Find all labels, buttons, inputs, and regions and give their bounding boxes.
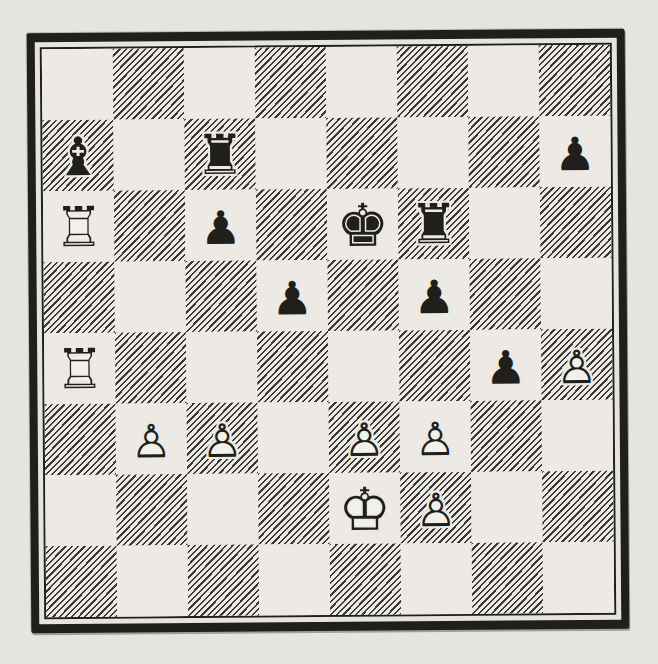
square-a8[interactable] bbox=[42, 49, 114, 121]
square-g3[interactable] bbox=[471, 400, 543, 472]
square-e8[interactable] bbox=[326, 46, 398, 118]
piece-fill-glyph: ♜ bbox=[398, 188, 470, 260]
square-a5[interactable] bbox=[43, 262, 115, 334]
white-rook: ♜♖ bbox=[43, 191, 115, 263]
square-e3[interactable]: ♟♙ bbox=[329, 401, 401, 473]
piece-outline-glyph: ♙ bbox=[329, 401, 401, 473]
square-d2[interactable] bbox=[258, 473, 330, 545]
square-g6[interactable] bbox=[469, 187, 541, 259]
square-h7[interactable]: ♟ bbox=[539, 116, 611, 188]
square-b5[interactable] bbox=[114, 261, 186, 333]
square-d7[interactable] bbox=[255, 118, 327, 190]
square-g4[interactable]: ♟ bbox=[470, 329, 542, 401]
square-d4[interactable] bbox=[257, 331, 329, 403]
piece-fill-glyph: ♟ bbox=[185, 190, 257, 262]
square-e1[interactable] bbox=[330, 543, 402, 615]
square-h8[interactable] bbox=[539, 45, 611, 117]
square-c3[interactable]: ♟♙ bbox=[187, 403, 259, 475]
square-e4[interactable] bbox=[328, 330, 400, 402]
white-pawn: ♟♙ bbox=[116, 403, 188, 475]
square-h4[interactable]: ♟♙ bbox=[541, 329, 613, 401]
square-g1[interactable] bbox=[472, 542, 544, 614]
square-h2[interactable] bbox=[542, 471, 614, 543]
square-b1[interactable] bbox=[117, 545, 189, 617]
square-e6[interactable]: ♚ bbox=[327, 188, 399, 260]
square-b6[interactable] bbox=[114, 190, 186, 262]
square-b2[interactable] bbox=[116, 474, 188, 546]
white-pawn: ♟♙ bbox=[187, 403, 259, 475]
square-d5[interactable]: ♟ bbox=[256, 260, 328, 332]
piece-fill-glyph: ♝ bbox=[42, 120, 114, 192]
square-b7[interactable] bbox=[113, 119, 185, 191]
piece-outline-glyph: ♙ bbox=[541, 329, 613, 401]
square-f1[interactable] bbox=[401, 543, 473, 615]
piece-outline-glyph: ♙ bbox=[400, 401, 472, 473]
square-g8[interactable] bbox=[468, 45, 540, 117]
square-f3[interactable]: ♟♙ bbox=[400, 401, 472, 473]
piece-outline-glyph: ♙ bbox=[187, 403, 259, 475]
square-g7[interactable] bbox=[468, 116, 540, 188]
square-d3[interactable] bbox=[258, 402, 330, 474]
square-c8[interactable] bbox=[184, 48, 256, 120]
square-f8[interactable] bbox=[397, 46, 469, 118]
square-e2[interactable]: ♚♔ bbox=[329, 472, 401, 544]
piece-fill-glyph: ♟ bbox=[470, 329, 542, 401]
square-a1[interactable] bbox=[46, 546, 118, 618]
square-c7[interactable]: ♜ bbox=[184, 119, 256, 191]
square-f5[interactable]: ♟ bbox=[398, 259, 470, 331]
square-a3[interactable] bbox=[45, 404, 117, 476]
piece-outline-glyph: ♖ bbox=[43, 191, 115, 263]
square-e5[interactable] bbox=[327, 259, 399, 331]
square-a6[interactable]: ♜♖ bbox=[43, 191, 115, 263]
white-pawn: ♟♙ bbox=[400, 401, 472, 473]
chess-board-inner-frame: ♝♜♟♜♖♟♚♜♟♟♜♖♟♟♙♟♙♟♙♟♙♟♙♚♔♟♙ bbox=[40, 43, 616, 619]
square-c1[interactable] bbox=[188, 545, 260, 617]
square-g5[interactable] bbox=[469, 258, 541, 330]
black-pawn: ♟ bbox=[539, 116, 611, 188]
square-b8[interactable] bbox=[113, 48, 185, 120]
square-c4[interactable] bbox=[186, 332, 258, 404]
square-d8[interactable] bbox=[255, 47, 327, 119]
chess-board: ♝♜♟♜♖♟♚♜♟♟♜♖♟♟♙♟♙♟♙♟♙♟♙♚♔♟♙ bbox=[42, 45, 614, 617]
black-king: ♚ bbox=[327, 188, 399, 260]
chess-board-outer-frame: ♝♜♟♜♖♟♚♜♟♟♜♖♟♟♙♟♙♟♙♟♙♟♙♚♔♟♙ bbox=[27, 29, 630, 634]
black-rook: ♜ bbox=[398, 188, 470, 260]
black-pawn: ♟ bbox=[256, 260, 328, 332]
square-b3[interactable]: ♟♙ bbox=[116, 403, 188, 475]
square-d6[interactable] bbox=[256, 189, 328, 261]
square-a7[interactable]: ♝ bbox=[42, 120, 114, 192]
piece-fill-glyph: ♚ bbox=[327, 188, 399, 260]
square-c2[interactable] bbox=[187, 474, 259, 546]
square-d1[interactable] bbox=[259, 544, 331, 616]
white-pawn: ♟♙ bbox=[400, 472, 472, 544]
piece-fill-glyph: ♜ bbox=[184, 119, 256, 191]
white-pawn: ♟♙ bbox=[541, 329, 613, 401]
piece-fill-glyph: ♟ bbox=[398, 259, 470, 331]
square-f4[interactable] bbox=[399, 330, 471, 402]
white-rook: ♜♖ bbox=[44, 333, 116, 405]
piece-outline-glyph: ♙ bbox=[116, 403, 188, 475]
square-c5[interactable] bbox=[185, 261, 257, 333]
square-h5[interactable] bbox=[540, 258, 612, 330]
square-h1[interactable] bbox=[543, 542, 615, 614]
white-king: ♚♔ bbox=[329, 472, 401, 544]
square-f6[interactable]: ♜ bbox=[398, 188, 470, 260]
black-rook: ♜ bbox=[184, 119, 256, 191]
square-e7[interactable] bbox=[326, 117, 398, 189]
square-a4[interactable]: ♜♖ bbox=[44, 333, 116, 405]
white-pawn: ♟♙ bbox=[329, 401, 401, 473]
square-a2[interactable] bbox=[45, 475, 117, 547]
piece-fill-glyph: ♟ bbox=[256, 260, 328, 332]
square-f2[interactable]: ♟♙ bbox=[400, 472, 472, 544]
square-c6[interactable]: ♟ bbox=[185, 190, 257, 262]
black-pawn: ♟ bbox=[185, 190, 257, 262]
square-h6[interactable] bbox=[540, 187, 612, 259]
piece-outline-glyph: ♖ bbox=[44, 333, 116, 405]
square-f7[interactable] bbox=[397, 117, 469, 189]
piece-outline-glyph: ♙ bbox=[400, 472, 472, 544]
piece-outline-glyph: ♔ bbox=[329, 472, 401, 544]
black-bishop: ♝ bbox=[42, 120, 114, 192]
black-pawn: ♟ bbox=[470, 329, 542, 401]
scanned-page: ♝♜♟♜♖♟♚♜♟♟♜♖♟♟♙♟♙♟♙♟♙♟♙♚♔♟♙ bbox=[27, 29, 630, 634]
square-b4[interactable] bbox=[115, 332, 187, 404]
black-pawn: ♟ bbox=[398, 259, 470, 331]
piece-fill-glyph: ♟ bbox=[539, 116, 611, 188]
square-h3[interactable] bbox=[542, 400, 614, 472]
square-g2[interactable] bbox=[471, 471, 543, 543]
